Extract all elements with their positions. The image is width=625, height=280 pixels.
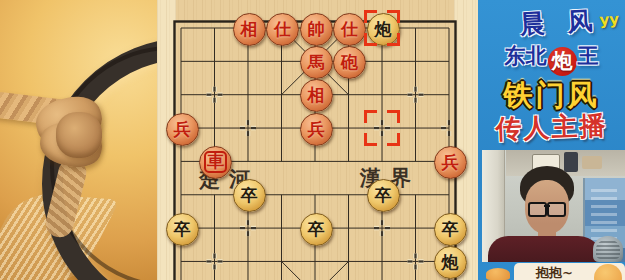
piece-black-卒[interactable]: 卒 xyxy=(166,213,199,246)
piece-label: 相 xyxy=(308,87,325,104)
rope-knot xyxy=(56,112,102,158)
piece-label: 卒 xyxy=(375,187,392,204)
banner-title-prefix: 东北 xyxy=(505,44,547,68)
streamer-shoulders xyxy=(488,236,604,262)
piece-label: 卒 xyxy=(308,221,325,238)
piece-label: 馬 xyxy=(308,54,325,71)
piece-black-卒[interactable]: 卒 xyxy=(367,179,400,212)
piece-black-卒[interactable]: 卒 xyxy=(233,179,266,212)
piece-label: 炮 xyxy=(375,21,392,38)
banner-cannon-badge: 炮 xyxy=(548,47,577,76)
sticker-hand xyxy=(486,268,510,280)
piece-black-卒[interactable]: 卒 xyxy=(300,213,333,246)
microphone xyxy=(593,236,623,262)
stream-screenshot: 楚河 漢界 相仕帥仕炮馬砲相兵兵車兵卒卒卒卒卒炮 晨 风yy 东北炮王 铁门风 … xyxy=(0,0,625,280)
piece-label: 炮 xyxy=(442,254,459,271)
piece-red-車[interactable]: 車 xyxy=(199,146,232,179)
piece-label: 卒 xyxy=(174,221,191,238)
piece-label: 兵 xyxy=(308,121,325,138)
piece-label: 車 xyxy=(204,151,227,173)
piece-black-炮[interactable]: 炮 xyxy=(367,13,400,46)
piece-red-仕[interactable]: 仕 xyxy=(333,13,366,46)
chat-sticker: 抱抱~ xyxy=(478,262,625,280)
shelf-item xyxy=(582,156,602,169)
webcam-feed xyxy=(482,150,625,262)
piece-red-仕[interactable]: 仕 xyxy=(266,13,299,46)
piece-red-兵[interactable]: 兵 xyxy=(300,113,333,146)
platform-tag: yy xyxy=(599,10,619,29)
piece-label: 兵 xyxy=(174,121,191,138)
background-photo xyxy=(0,0,157,280)
banner-title: 东北炮王 xyxy=(478,42,625,76)
piece-label: 兵 xyxy=(442,154,459,171)
piece-label: 帥 xyxy=(308,21,325,38)
piece-label: 卒 xyxy=(442,221,459,238)
streamer-name: 晨 风yy xyxy=(477,2,625,44)
sticker-text: 抱抱~ xyxy=(536,264,573,280)
piece-black-炮[interactable]: 炮 xyxy=(434,246,467,279)
piece-label: 仕 xyxy=(274,21,291,38)
glasses xyxy=(528,202,566,215)
stream-info-panel: 晨 风yy 东北炮王 铁门风 传人主播 抱抱~ xyxy=(478,0,625,280)
piece-label: 卒 xyxy=(241,187,258,204)
piece-red-相[interactable]: 相 xyxy=(300,79,333,112)
piece-red-馬[interactable]: 馬 xyxy=(300,46,333,79)
shelf-item xyxy=(564,152,578,172)
piece-black-卒[interactable]: 卒 xyxy=(434,213,467,246)
piece-red-兵[interactable]: 兵 xyxy=(434,146,467,179)
piece-red-砲[interactable]: 砲 xyxy=(333,46,366,79)
piece-label: 相 xyxy=(241,21,258,38)
piece-label: 砲 xyxy=(341,54,358,71)
piece-red-相[interactable]: 相 xyxy=(233,13,266,46)
banner-subtitle: 传人主播 xyxy=(477,107,625,147)
piece-label: 仕 xyxy=(341,21,358,38)
xiangqi-board[interactable]: 楚河 漢界 相仕帥仕炮馬砲相兵兵車兵卒卒卒卒卒炮 xyxy=(157,0,478,280)
piece-red-兵[interactable]: 兵 xyxy=(166,113,199,146)
streamer-name-text: 晨 风 xyxy=(519,6,600,39)
piece-red-帥[interactable]: 帥 xyxy=(300,13,333,46)
banner-title-suffix: 王 xyxy=(578,44,599,68)
